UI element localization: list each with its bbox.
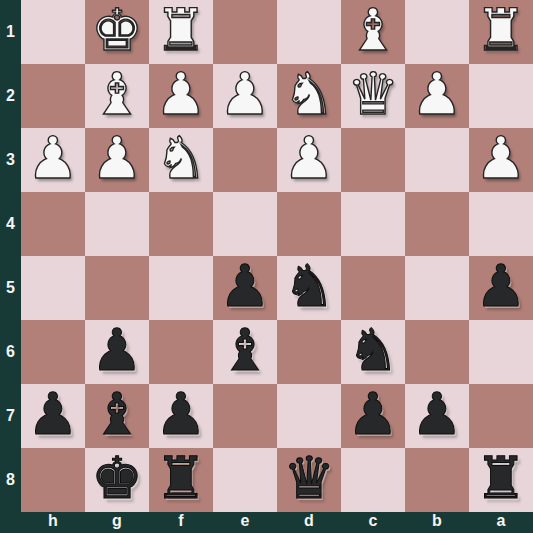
square-c3[interactable] [341, 128, 405, 192]
square-b6[interactable] [405, 320, 469, 384]
square-b5[interactable] [405, 256, 469, 320]
piece-black-P-f7[interactable]: ♟ [155, 384, 207, 446]
square-b2[interactable]: ♟ [405, 64, 469, 128]
square-h1[interactable] [21, 0, 85, 64]
file-label-f: f [149, 512, 213, 533]
square-b4[interactable] [405, 192, 469, 256]
rank-label-7: 7 [0, 384, 21, 448]
piece-black-R-a8[interactable]: ♜ [475, 448, 527, 510]
square-c7[interactable]: ♟ [341, 384, 405, 448]
rank-label-3: 3 [0, 128, 21, 192]
square-d7[interactable] [277, 384, 341, 448]
square-d8[interactable]: ♛ [277, 448, 341, 512]
square-a3[interactable]: ♟ [469, 128, 533, 192]
square-g3[interactable]: ♟ [85, 128, 149, 192]
piece-white-B-c1[interactable]: ♝ [347, 0, 399, 62]
square-f5[interactable] [149, 256, 213, 320]
square-c1[interactable]: ♝ [341, 0, 405, 64]
square-d6[interactable] [277, 320, 341, 384]
square-a1[interactable]: ♜ [469, 0, 533, 64]
piece-white-P-f2[interactable]: ♟ [155, 64, 207, 126]
square-g6[interactable]: ♟ [85, 320, 149, 384]
square-a4[interactable] [469, 192, 533, 256]
piece-black-P-g6[interactable]: ♟ [91, 320, 143, 382]
square-f3[interactable]: ♞ [149, 128, 213, 192]
file-labels-row: hgfedcba [21, 512, 533, 533]
piece-black-B-e6[interactable]: ♝ [219, 320, 271, 382]
piece-white-K-g1[interactable]: ♚ [91, 0, 143, 62]
square-c5[interactable] [341, 256, 405, 320]
square-f7[interactable]: ♟ [149, 384, 213, 448]
piece-black-P-h7[interactable]: ♟ [27, 384, 79, 446]
square-d2[interactable]: ♞ [277, 64, 341, 128]
square-g5[interactable] [85, 256, 149, 320]
piece-black-P-c7[interactable]: ♟ [347, 384, 399, 446]
square-d3[interactable]: ♟ [277, 128, 341, 192]
piece-black-N-d5[interactable]: ♞ [283, 256, 335, 318]
rank-label-6: 6 [0, 320, 21, 384]
piece-black-Q-d8[interactable]: ♛ [283, 448, 335, 510]
piece-black-R-f8[interactable]: ♜ [155, 448, 207, 510]
square-e5[interactable]: ♟ [213, 256, 277, 320]
file-label-h: h [21, 512, 85, 533]
piece-white-B-g2[interactable]: ♝ [91, 64, 143, 126]
rank-label-5: 5 [0, 256, 21, 320]
square-d5[interactable]: ♞ [277, 256, 341, 320]
piece-white-R-a1[interactable]: ♜ [475, 0, 527, 62]
square-b3[interactable] [405, 128, 469, 192]
square-g1[interactable]: ♚ [85, 0, 149, 64]
square-d4[interactable] [277, 192, 341, 256]
square-h3[interactable]: ♟ [21, 128, 85, 192]
square-b7[interactable]: ♟ [405, 384, 469, 448]
square-a6[interactable] [469, 320, 533, 384]
piece-white-P-g3[interactable]: ♟ [91, 128, 143, 190]
square-e3[interactable] [213, 128, 277, 192]
square-h2[interactable] [21, 64, 85, 128]
square-c6[interactable]: ♞ [341, 320, 405, 384]
square-f1[interactable]: ♜ [149, 0, 213, 64]
rank-label-4: 4 [0, 192, 21, 256]
square-b8[interactable] [405, 448, 469, 512]
square-f8[interactable]: ♜ [149, 448, 213, 512]
square-f6[interactable] [149, 320, 213, 384]
piece-white-N-f3[interactable]: ♞ [155, 128, 207, 190]
square-b1[interactable] [405, 0, 469, 64]
file-label-d: d [277, 512, 341, 533]
square-f2[interactable]: ♟ [149, 64, 213, 128]
square-a8[interactable]: ♜ [469, 448, 533, 512]
square-c4[interactable] [341, 192, 405, 256]
square-c2[interactable]: ♛ [341, 64, 405, 128]
square-e8[interactable] [213, 448, 277, 512]
square-e1[interactable] [213, 0, 277, 64]
square-c8[interactable] [341, 448, 405, 512]
piece-white-N-d2[interactable]: ♞ [283, 64, 335, 126]
piece-white-P-h3[interactable]: ♟ [27, 128, 79, 190]
square-g4[interactable] [85, 192, 149, 256]
piece-black-K-g8[interactable]: ♚ [91, 448, 143, 510]
file-label-a: a [469, 512, 533, 533]
rank-labels-column: 12345678 [0, 0, 21, 512]
piece-white-R-f1[interactable]: ♜ [155, 0, 207, 62]
square-f4[interactable] [149, 192, 213, 256]
square-d1[interactable] [277, 0, 341, 64]
square-a2[interactable] [469, 64, 533, 128]
square-e7[interactable] [213, 384, 277, 448]
piece-black-P-a5[interactable]: ♟ [475, 256, 527, 318]
piece-black-P-e5[interactable]: ♟ [219, 256, 271, 318]
piece-black-P-b7[interactable]: ♟ [411, 384, 463, 446]
file-label-e: e [213, 512, 277, 533]
square-g2[interactable]: ♝ [85, 64, 149, 128]
square-g8[interactable]: ♚ [85, 448, 149, 512]
square-h6[interactable] [21, 320, 85, 384]
square-e4[interactable] [213, 192, 277, 256]
square-e2[interactable]: ♟ [213, 64, 277, 128]
piece-black-B-g7[interactable]: ♝ [91, 384, 143, 446]
piece-white-P-e2[interactable]: ♟ [219, 64, 271, 126]
rank-label-1: 1 [0, 0, 21, 64]
file-label-b: b [405, 512, 469, 533]
chess-board-frame: 12345678 ♚♜♝♜♝♟♟♞♛♟♟♟♞♟♟♟♞♟♟♝♞♟♝♟♟♟♚♜♛♜ … [0, 0, 533, 533]
piece-black-N-c6[interactable]: ♞ [347, 320, 399, 382]
file-label-g: g [85, 512, 149, 533]
file-label-c: c [341, 512, 405, 533]
rank-label-2: 2 [0, 64, 21, 128]
square-h7[interactable]: ♟ [21, 384, 85, 448]
square-h4[interactable] [21, 192, 85, 256]
square-a5[interactable]: ♟ [469, 256, 533, 320]
square-a7[interactable] [469, 384, 533, 448]
square-e6[interactable]: ♝ [213, 320, 277, 384]
square-h8[interactable] [21, 448, 85, 512]
chess-board: ♚♜♝♜♝♟♟♞♛♟♟♟♞♟♟♟♞♟♟♝♞♟♝♟♟♟♚♜♛♜ [21, 0, 533, 512]
frame-corner [0, 512, 21, 533]
piece-white-P-d3[interactable]: ♟ [283, 128, 335, 190]
piece-white-P-a3[interactable]: ♟ [475, 128, 527, 190]
rank-label-8: 8 [0, 448, 21, 512]
square-g7[interactable]: ♝ [85, 384, 149, 448]
piece-white-Q-c2[interactable]: ♛ [347, 64, 399, 126]
square-h5[interactable] [21, 256, 85, 320]
piece-white-P-b2[interactable]: ♟ [411, 64, 463, 126]
